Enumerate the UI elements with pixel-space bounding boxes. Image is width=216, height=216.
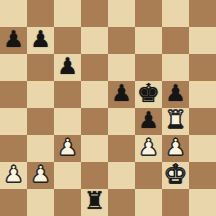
square-c2[interactable] [54,162,81,189]
square-c1[interactable] [54,189,81,216]
square-f3[interactable]: ♟ [135,135,162,162]
square-f1[interactable] [135,189,162,216]
square-f7[interactable] [135,27,162,54]
piece-black-pawn[interactable]: ♟ [30,26,51,53]
piece-black-king[interactable]: ♚ [137,80,160,107]
square-b4[interactable] [27,108,54,135]
square-e1[interactable] [108,189,135,216]
square-d2[interactable] [81,162,108,189]
square-b2[interactable]: ♟ [27,162,54,189]
square-g1[interactable] [162,189,189,216]
square-g3[interactable]: ♟ [162,135,189,162]
square-a7[interactable]: ♟ [0,27,27,54]
piece-black-pawn[interactable]: ♟ [57,53,78,80]
square-h8[interactable] [189,0,216,27]
piece-white-pawn[interactable]: ♟ [138,134,159,161]
square-d3[interactable] [81,135,108,162]
chess-board-container: ♟♟♟♟♚♟♟♜♟♟♟♟♟♚♜ [0,0,216,216]
square-f2[interactable] [135,162,162,189]
piece-white-pawn[interactable]: ♟ [57,134,78,161]
square-g7[interactable] [162,27,189,54]
square-f8[interactable] [135,0,162,27]
square-g8[interactable] [162,0,189,27]
square-h6[interactable] [189,54,216,81]
square-e5[interactable]: ♟ [108,81,135,108]
piece-white-king[interactable]: ♚ [164,161,187,188]
square-h3[interactable] [189,135,216,162]
square-c6[interactable]: ♟ [54,54,81,81]
square-b7[interactable]: ♟ [27,27,54,54]
square-h4[interactable] [189,108,216,135]
piece-black-pawn[interactable]: ♟ [138,107,159,134]
square-f5[interactable]: ♚ [135,81,162,108]
piece-white-pawn[interactable]: ♟ [165,134,186,161]
square-c4[interactable] [54,108,81,135]
square-d6[interactable] [81,54,108,81]
square-e6[interactable] [108,54,135,81]
square-e4[interactable] [108,108,135,135]
square-a3[interactable] [0,135,27,162]
square-b3[interactable] [27,135,54,162]
square-b1[interactable] [27,189,54,216]
square-g6[interactable] [162,54,189,81]
square-e2[interactable] [108,162,135,189]
square-d8[interactable] [81,0,108,27]
square-h7[interactable] [189,27,216,54]
piece-white-pawn[interactable]: ♟ [3,161,24,188]
square-a5[interactable] [0,81,27,108]
square-b6[interactable] [27,54,54,81]
piece-black-rook[interactable]: ♜ [84,188,106,215]
square-g5[interactable]: ♟ [162,81,189,108]
square-b8[interactable] [27,0,54,27]
square-d7[interactable] [81,27,108,54]
square-c8[interactable] [54,0,81,27]
square-f4[interactable]: ♟ [135,108,162,135]
square-d4[interactable] [81,108,108,135]
square-c5[interactable] [54,81,81,108]
square-h1[interactable] [189,189,216,216]
square-d1[interactable]: ♜ [81,189,108,216]
square-a2[interactable]: ♟ [0,162,27,189]
piece-black-pawn[interactable]: ♟ [111,80,132,107]
square-d5[interactable] [81,81,108,108]
square-c7[interactable] [54,27,81,54]
piece-white-rook[interactable]: ♜ [165,107,187,134]
piece-black-pawn[interactable]: ♟ [165,80,186,107]
chess-board: ♟♟♟♟♚♟♟♜♟♟♟♟♟♚♜ [0,0,216,216]
square-a6[interactable] [0,54,27,81]
piece-black-pawn[interactable]: ♟ [3,26,24,53]
square-e3[interactable] [108,135,135,162]
square-e7[interactable] [108,27,135,54]
square-e8[interactable] [108,0,135,27]
square-b5[interactable] [27,81,54,108]
square-f6[interactable] [135,54,162,81]
square-g4[interactable]: ♜ [162,108,189,135]
square-g2[interactable]: ♚ [162,162,189,189]
piece-white-pawn[interactable]: ♟ [30,161,51,188]
square-c3[interactable]: ♟ [54,135,81,162]
square-h5[interactable] [189,81,216,108]
square-a1[interactable] [0,189,27,216]
square-h2[interactable] [189,162,216,189]
square-a4[interactable] [0,108,27,135]
square-a8[interactable] [0,0,27,27]
